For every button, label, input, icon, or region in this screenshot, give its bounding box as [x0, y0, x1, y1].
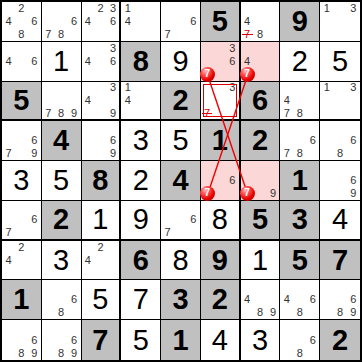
candidate-digit: 6: [68, 15, 81, 28]
candidate-digit: 3: [226, 42, 239, 55]
candidate-digit: 4: [121, 94, 134, 107]
candidate-digit: 3: [107, 82, 120, 95]
pencil-marks: 468: [280, 280, 319, 319]
candidate-digit: 6: [347, 293, 360, 306]
cell-r2c1[interactable]: 46: [2, 42, 42, 82]
cell-r3c2[interactable]: 789: [42, 82, 82, 122]
pencil-marks: 689: [320, 280, 360, 319]
cell-r9c9[interactable]: 2: [320, 320, 360, 360]
cell-r6c7[interactable]: 5: [241, 201, 281, 241]
candidate-digit: 3: [107, 2, 120, 15]
candidate-digit: 6: [107, 15, 120, 28]
given-digit: 5: [2, 82, 41, 120]
cell-r2c2[interactable]: 1: [42, 42, 82, 82]
pencil-marks: 689: [2, 320, 41, 360]
cell-r8c1[interactable]: 1: [2, 280, 42, 320]
candidate-digit: 4: [241, 293, 254, 306]
pencil-marks: 68: [280, 320, 319, 360]
cell-r4c5[interactable]: 5: [161, 121, 201, 161]
candidate-digit: 4: [280, 94, 293, 107]
candidate-digit: 9: [267, 187, 280, 200]
candidate-digit: 8: [55, 306, 68, 319]
given-digit: 5: [201, 2, 239, 41]
candidate-digit: 3: [347, 2, 360, 15]
candidate-digit: 6: [28, 134, 41, 147]
pencil-marks: 478: [280, 82, 319, 120]
cell-r1c5[interactable]: 67: [161, 2, 201, 42]
candidate-digit: 6: [107, 55, 120, 68]
cell-r3c4[interactable]: 14: [121, 82, 161, 122]
candidate-digit: 3: [107, 42, 120, 55]
candidate-digit: 4: [241, 15, 254, 28]
candidate-digit: 6: [187, 15, 200, 28]
candidate-digit: 6: [28, 333, 41, 346]
cell-r3c1[interactable]: 5: [2, 82, 42, 122]
candidate-digit: 9: [107, 107, 120, 120]
candidate-digit: 1: [121, 82, 134, 95]
cell-r1c6[interactable]: 5: [201, 2, 241, 42]
pencil-marks: 13: [320, 82, 360, 120]
solved-digit: 5: [42, 161, 81, 200]
candidate-digit: 2: [15, 241, 28, 254]
candidate-digit: 6: [347, 174, 360, 187]
candidate-digit: 2: [94, 241, 107, 254]
candidate-digit: 6: [28, 15, 41, 28]
pencil-marks: 67: [161, 2, 200, 41]
candidate-digit: 8: [254, 28, 267, 41]
candidate-digit: 7: [280, 107, 293, 120]
candidate-digit: 6: [28, 213, 41, 226]
solved-digit: 3: [241, 320, 280, 360]
cell-r7c4[interactable]: 6: [121, 241, 161, 281]
given-digit: 1: [2, 280, 41, 319]
cell-r9c2[interactable]: 689: [42, 320, 82, 360]
given-digit: 8: [121, 42, 160, 81]
cell-r1c4[interactable]: 14: [121, 2, 161, 42]
candidate-digit: 7: [2, 147, 15, 160]
pencil-marks: 14: [121, 2, 160, 41]
solved-digit: 5: [82, 280, 120, 319]
cell-r1c1[interactable]: 2468: [2, 2, 42, 42]
cell-r5c4[interactable]: 2: [121, 161, 161, 201]
cell-r8c6[interactable]: 2: [201, 280, 241, 320]
pencil-marks: 689: [42, 320, 81, 360]
candidate-digit: 7: [42, 28, 55, 41]
cell-r2c3[interactable]: 346: [82, 42, 122, 82]
cell-r6c3[interactable]: 1: [82, 201, 122, 241]
candidate-digit: 8: [55, 347, 68, 360]
candidate-digit: 9: [107, 147, 120, 160]
cell-r8c7[interactable]: 489: [241, 280, 281, 320]
pencil-marks: 489: [241, 280, 280, 319]
cell-r1c9[interactable]: 13: [320, 2, 360, 42]
candidate-digit: 7: [161, 226, 174, 239]
pencil-marks: 679: [2, 121, 41, 160]
given-digit: 9: [201, 241, 239, 280]
cell-r3c8[interactable]: 478: [280, 82, 320, 122]
cell-r7c9[interactable]: 7: [320, 241, 360, 281]
given-digit: 4: [42, 121, 81, 160]
solved-digit: 3: [121, 121, 160, 160]
chain-candidate-ball: 7: [200, 67, 215, 82]
candidate-digit: 4: [280, 293, 293, 306]
candidate-digit: 8: [15, 347, 28, 360]
solved-digit: 1: [82, 201, 120, 239]
candidate-digit: 4: [82, 55, 95, 68]
cell-r7c7[interactable]: 1: [241, 241, 281, 281]
solved-digit: 5: [161, 121, 200, 160]
candidate-digit: 4: [2, 254, 15, 267]
cell-r5c2[interactable]: 5: [42, 161, 82, 201]
candidate-digit: 6: [187, 213, 200, 226]
cell-r2c9[interactable]: 5: [320, 42, 360, 82]
cell-r3c6[interactable]: 37: [201, 82, 241, 122]
candidate-digit: 6: [68, 293, 81, 306]
given-digit: 1: [280, 161, 319, 200]
candidate-digit: 4: [2, 55, 15, 68]
candidate-digit: 8: [55, 107, 68, 120]
solved-digit: 2: [280, 42, 319, 81]
cell-r5c8[interactable]: 1: [280, 161, 320, 201]
cell-r6c6[interactable]: 8: [201, 201, 241, 241]
cell-r5c3[interactable]: 8: [82, 161, 122, 201]
given-digit: 6: [121, 241, 160, 280]
candidate-digit: 6: [306, 293, 319, 306]
cell-r9c7[interactable]: 3: [241, 320, 281, 360]
pencil-marks: 24: [2, 241, 41, 280]
cell-r9c6[interactable]: 4: [201, 320, 241, 360]
eliminated-candidate: 7: [241, 28, 254, 41]
cell-r3c3[interactable]: 349: [82, 82, 122, 122]
cell-r6c2[interactable]: 2: [42, 201, 82, 241]
cell-r1c3[interactable]: 2346: [82, 2, 122, 42]
cell-r5c9[interactable]: 69: [320, 161, 360, 201]
solved-digit: 1: [241, 241, 280, 280]
candidate-digit: 1: [320, 82, 333, 95]
given-digit: 2: [201, 280, 239, 319]
pencil-marks: 69: [82, 121, 120, 160]
cell-r4c1[interactable]: 679: [2, 121, 42, 161]
cell-r9c3[interactable]: 7: [82, 320, 122, 360]
pencil-marks: 14: [121, 82, 160, 120]
pencil-marks: 478: [241, 2, 280, 41]
candidate-digit: 9: [68, 107, 81, 120]
given-digit: 3: [280, 201, 319, 239]
candidate-digit: 4: [82, 254, 95, 267]
candidate-digit: 4: [82, 94, 95, 107]
candidate-digit: 8: [293, 147, 306, 160]
candidate-digit: 6: [226, 55, 239, 68]
cell-r5c5[interactable]: 4: [161, 161, 201, 201]
cell-r9c8[interactable]: 68: [280, 320, 320, 360]
solved-digit: 3: [2, 161, 41, 200]
given-digit: 1: [161, 320, 200, 360]
cell-r2c7[interactable]: 47: [241, 42, 281, 82]
cell-r3c7[interactable]: 6: [241, 82, 281, 122]
candidate-digit: 6: [347, 134, 360, 147]
given-digit: 5: [241, 201, 280, 239]
solved-digit: 9: [161, 42, 200, 81]
candidate-digit: 7: [42, 107, 55, 120]
candidate-digit: 9: [267, 306, 280, 319]
solved-digit: 8: [201, 201, 239, 239]
pencil-marks: 678: [280, 121, 319, 160]
candidate-digit: 3: [226, 82, 239, 95]
pencil-marks: 67: [2, 201, 41, 239]
solved-digit: 5: [121, 320, 160, 360]
eliminated-candidate: 7: [201, 107, 214, 120]
cell-r8c9[interactable]: 689: [320, 280, 360, 320]
solved-digit: 9: [121, 201, 160, 239]
candidate-digit: 8: [55, 28, 68, 41]
candidate-digit: 1: [121, 2, 134, 15]
cell-r3c5[interactable]: 2: [161, 82, 201, 122]
solved-digit: 7: [121, 280, 160, 319]
given-digit: 2: [241, 121, 280, 160]
cell-r4c3[interactable]: 69: [82, 121, 122, 161]
candidate-digit: 6: [28, 55, 41, 68]
cell-r1c2[interactable]: 678: [42, 2, 82, 42]
pencil-marks: 346: [82, 42, 120, 81]
candidate-digit: 8: [293, 347, 306, 360]
candidate-digit: 9: [28, 347, 41, 360]
cell-r7c6[interactable]: 9: [201, 241, 241, 281]
candidate-digit: 8: [293, 306, 306, 319]
chain-candidate-ball: 7: [200, 186, 215, 201]
cell-r8c2[interactable]: 68: [42, 280, 82, 320]
cell-r7c2[interactable]: 3: [42, 241, 82, 281]
candidate-digit: 6: [306, 333, 319, 346]
given-digit: 7: [320, 241, 360, 280]
sudoku-board: 2468678234614675478913461346893674725578…: [0, 0, 362, 362]
candidate-digit: 8: [254, 306, 267, 319]
pencil-marks: 46: [2, 42, 41, 81]
given-digit: 1: [201, 121, 239, 160]
given-digit: 2: [42, 201, 81, 239]
cell-r6c1[interactable]: 67: [2, 201, 42, 241]
cell-r8c3[interactable]: 5: [82, 280, 122, 320]
cell-r6c5[interactable]: 67: [161, 201, 201, 241]
candidate-digit: 9: [28, 147, 41, 160]
candidate-digit: 6: [306, 134, 319, 147]
pencil-marks: 789: [42, 82, 81, 120]
candidate-digit: 4: [82, 15, 95, 28]
given-digit: 3: [161, 280, 200, 319]
candidate-digit: 7: [280, 147, 293, 160]
candidate-digit: 7: [161, 28, 174, 41]
cell-r5c1[interactable]: 3: [2, 161, 42, 201]
solved-digit: 4: [201, 320, 239, 360]
cell-r7c5[interactable]: 8: [161, 241, 201, 281]
candidate-digit: 1: [320, 2, 333, 15]
given-digit: 2: [320, 320, 360, 360]
candidate-digit: 2: [15, 2, 28, 15]
cell-r4c4[interactable]: 3: [121, 121, 161, 161]
pencil-marks: 67: [161, 201, 200, 239]
cell-r7c1[interactable]: 24: [2, 241, 42, 281]
cell-r9c4[interactable]: 5: [121, 320, 161, 360]
cell-r8c4[interactable]: 7: [121, 280, 161, 320]
candidate-digit: 9: [347, 306, 360, 319]
solved-digit: 8: [161, 241, 200, 280]
cell-r7c3[interactable]: 24: [82, 241, 122, 281]
cell-r4c6[interactable]: 1: [201, 121, 241, 161]
pencil-marks: 2346: [82, 2, 120, 41]
given-digit: 2: [161, 82, 200, 120]
candidate-digit: 9: [347, 187, 360, 200]
candidate-digit: 8: [15, 28, 28, 41]
solved-digit: 1: [42, 42, 81, 81]
cell-r6c9[interactable]: 4: [320, 201, 360, 241]
cell-r6c8[interactable]: 3: [280, 201, 320, 241]
cell-r2c6[interactable]: 367: [201, 42, 241, 82]
cell-r4c9[interactable]: 68: [320, 121, 360, 161]
cell-r4c2[interactable]: 4: [42, 121, 82, 161]
candidate-digit: 9: [68, 347, 81, 360]
solved-digit: 3: [42, 241, 81, 280]
candidate-digit: 4: [2, 15, 15, 28]
cell-r6c4[interactable]: 9: [121, 201, 161, 241]
pencil-marks: 68: [42, 280, 81, 319]
cell-r4c8[interactable]: 678: [280, 121, 320, 161]
candidate-digit: 6: [226, 174, 239, 187]
candidate-digit: 6: [68, 333, 81, 346]
pencil-marks: 2468: [2, 2, 41, 41]
cell-r3c9[interactable]: 13: [320, 82, 360, 122]
candidate-digit: 8: [333, 306, 346, 319]
given-digit: 4: [161, 161, 200, 200]
pencil-marks: 13: [320, 2, 360, 41]
pencil-marks: 69: [320, 161, 360, 200]
pencil-marks: 349: [82, 82, 120, 120]
solved-digit: 5: [320, 42, 360, 81]
pencil-marks: 678: [42, 2, 81, 41]
solved-digit: 2: [121, 161, 160, 200]
cell-r2c8[interactable]: 2: [280, 42, 320, 82]
candidate-digit: 4: [241, 55, 254, 68]
given-digit: 9: [280, 2, 319, 41]
given-digit: 5: [280, 241, 319, 280]
candidate-digit: 8: [333, 147, 346, 160]
cell-r5c7[interactable]: 97: [241, 161, 281, 201]
solved-digit: 4: [320, 201, 360, 239]
cell-r4c7[interactable]: 2: [241, 121, 281, 161]
chain-candidate-ball: 7: [240, 186, 255, 201]
cell-r5c6[interactable]: 67: [201, 161, 241, 201]
candidate-digit: 2: [94, 2, 107, 15]
cell-r9c5[interactable]: 1: [161, 320, 201, 360]
cell-r8c5[interactable]: 3: [161, 280, 201, 320]
cell-r9c1[interactable]: 689: [2, 320, 42, 360]
cell-r8c8[interactable]: 468: [280, 280, 320, 320]
pencil-marks: 24: [82, 241, 120, 280]
candidate-digit: 8: [293, 107, 306, 120]
given-digit: 8: [82, 161, 120, 200]
cell-r1c8[interactable]: 9: [280, 2, 320, 42]
given-digit: 6: [241, 82, 280, 120]
candidate-digit: 3: [347, 82, 360, 95]
candidate-digit: 7: [2, 226, 15, 239]
cell-r2c4[interactable]: 8: [121, 42, 161, 82]
candidate-digit: 6: [107, 134, 120, 147]
given-digit: 7: [82, 320, 120, 360]
pencil-marks: 37: [201, 82, 239, 120]
pencil-marks: 68: [320, 121, 360, 160]
cell-r2c5[interactable]: 9: [161, 42, 201, 82]
cell-r7c8[interactable]: 5: [280, 241, 320, 281]
chain-candidate-ball: 7: [240, 67, 255, 82]
cell-r1c7[interactable]: 478: [241, 2, 281, 42]
candidate-digit: 4: [121, 15, 134, 28]
